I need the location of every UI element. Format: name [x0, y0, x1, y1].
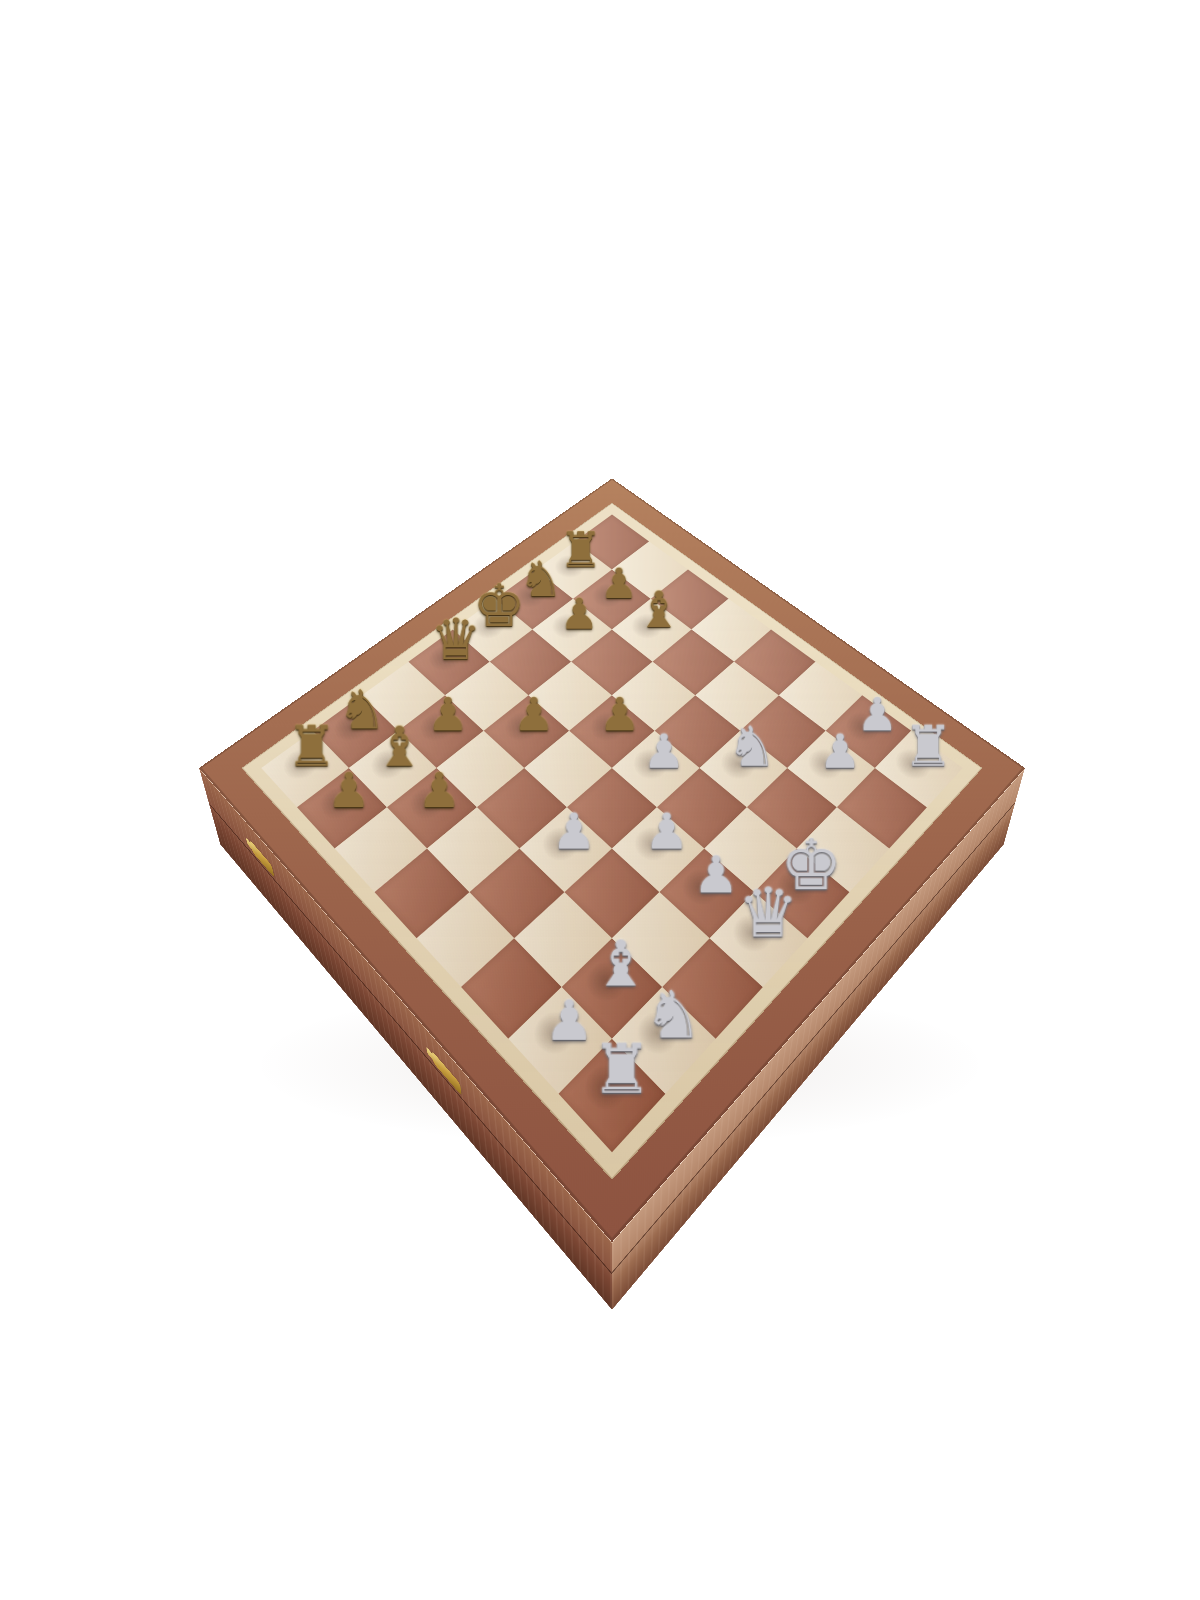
board-square [524, 731, 612, 807]
chess-piece-white-knight: ♞ [721, 720, 783, 775]
scene: ♜♞♛♚♞♜♟♝♟♟♟♟♟♝♟♟♟♟♞♟♝♟♟♟♜♞♛♚♜ [0, 0, 1200, 1600]
chess-piece-black-pawn: ♟ [317, 766, 381, 814]
chess-piece-white-rook: ♜ [584, 1035, 660, 1104]
chess-piece-black-queen: ♛ [427, 611, 485, 668]
chess-piece-white-pawn: ♟ [809, 728, 871, 775]
board-maple-border: ♜♞♛♚♞♜♟♝♟♟♟♟♟♝♟♟♟♟♞♟♝♟♟♟♜♞♛♚♜ [241, 503, 982, 1180]
chess-piece-white-queen: ♛ [733, 878, 802, 946]
chess-piece-black-pawn: ♟ [407, 766, 471, 814]
chess-piece-black-pawn: ♟ [504, 691, 565, 737]
chess-box: ♜♞♛♚♞♜♟♝♟♟♟♟♟♝♟♟♟♟♞♟♝♟♟♟♜♞♛♚♜ [199, 478, 1025, 1242]
chess-piece-black-bishop: ♝ [631, 585, 687, 635]
board-frame: ♜♞♛♚♞♜♟♝♟♟♟♟♟♝♟♟♟♟♞♟♝♟♟♟♜♞♛♚♜ [199, 478, 1025, 1242]
chess-piece-white-pawn: ♟ [633, 728, 695, 775]
product-photo: ♜♞♛♚♞♜♟♝♟♟♟♟♟♝♟♟♟♟♞♟♝♟♟♟♜♞♛♚♜ [0, 0, 1200, 1600]
chess-piece-black-pawn: ♟ [551, 592, 607, 635]
chess-piece-white-pawn: ♟ [541, 806, 607, 856]
chess-board: ♜♞♛♚♞♜♟♝♟♟♟♟♟♝♟♟♟♟♞♟♝♟♟♟♜♞♛♚♜ [261, 515, 962, 1153]
chess-piece-white-rook: ♜ [897, 719, 959, 775]
